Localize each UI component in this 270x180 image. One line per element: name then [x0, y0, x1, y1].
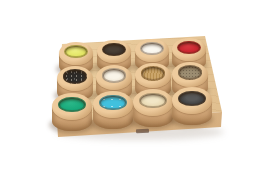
texture-surface-white-fleece — [140, 42, 163, 55]
cup-wooden-rim — [135, 39, 169, 62]
cup-wooden-rim — [172, 62, 208, 87]
cups-layer — [0, 0, 270, 180]
cup-wooden-rim — [172, 87, 212, 114]
product-photo-stage — [0, 0, 270, 180]
cup-C4-black-rubber[interactable] — [172, 87, 212, 125]
cup-wooden-rim — [57, 66, 93, 91]
texture-surface-black-rubber — [178, 91, 205, 107]
cup-wooden-rim — [133, 89, 173, 116]
texture-surface-grey-sandpaper — [178, 65, 203, 80]
texture-surface-tan-wicker — [141, 66, 166, 81]
cup-C1-green-felt[interactable] — [52, 93, 92, 131]
cup-wooden-rim — [52, 93, 92, 120]
cup-wooden-rim — [93, 91, 133, 118]
texture-surface-yellow-felt — [64, 45, 87, 58]
cup-wooden-rim — [96, 65, 132, 90]
cup-wooden-rim — [172, 38, 206, 61]
texture-surface-dark-brown-fur — [102, 43, 125, 56]
texture-surface-red-felt — [177, 41, 200, 54]
cup-C2-turquoise-glitter[interactable] — [93, 91, 133, 129]
texture-surface-green-felt — [58, 97, 85, 113]
texture-surface-black-gravel — [63, 69, 88, 84]
texture-surface-beige-fur — [139, 93, 166, 109]
texture-surface-cream-wool — [102, 68, 127, 83]
cup-wooden-rim — [59, 42, 93, 65]
cup-wooden-rim — [135, 63, 171, 88]
cup-wooden-rim — [97, 40, 131, 63]
cup-C3-beige-fur[interactable] — [133, 89, 173, 127]
texture-surface-turquoise-glitter — [99, 95, 126, 111]
